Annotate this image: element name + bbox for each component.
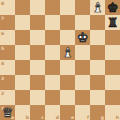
- chess-board: 8♝♚7♜6♚5♝4321a♛bcdefgh: [0, 0, 120, 120]
- square-c8[interactable]: [30, 0, 45, 15]
- square-d2[interactable]: [45, 90, 60, 105]
- white-queen[interactable]: ♛: [0, 105, 15, 120]
- square-b8[interactable]: [15, 0, 30, 15]
- black-king[interactable]: ♚: [105, 0, 120, 15]
- rank-label-2: 2: [1, 91, 4, 96]
- square-c6[interactable]: [30, 30, 45, 45]
- square-g2[interactable]: [90, 90, 105, 105]
- square-g8[interactable]: ♝: [90, 0, 105, 15]
- square-a4[interactable]: 4: [0, 60, 15, 75]
- square-c5[interactable]: [30, 45, 45, 60]
- square-a3[interactable]: 3: [0, 75, 15, 90]
- file-label-d: d: [56, 115, 59, 120]
- file-label-f: f: [87, 115, 89, 120]
- square-g4[interactable]: [90, 60, 105, 75]
- square-f3[interactable]: [75, 75, 90, 90]
- square-e7[interactable]: [60, 15, 75, 30]
- square-g5[interactable]: [90, 45, 105, 60]
- rank-label-7: 7: [1, 16, 4, 21]
- square-c1[interactable]: c: [30, 105, 45, 120]
- square-c7[interactable]: [30, 15, 45, 30]
- file-label-e: e: [71, 115, 74, 120]
- square-e8[interactable]: [60, 0, 75, 15]
- square-a6[interactable]: 6: [0, 30, 15, 45]
- square-e6[interactable]: [60, 30, 75, 45]
- square-h4[interactable]: [105, 60, 120, 75]
- square-b5[interactable]: [15, 45, 30, 60]
- square-g7[interactable]: [90, 15, 105, 30]
- square-f5[interactable]: [75, 45, 90, 60]
- square-h5[interactable]: [105, 45, 120, 60]
- rank-label-4: 4: [1, 61, 4, 66]
- rank-label-6: 6: [1, 31, 4, 36]
- square-h6[interactable]: [105, 30, 120, 45]
- square-d4[interactable]: [45, 60, 60, 75]
- square-b7[interactable]: [15, 15, 30, 30]
- rank-label-8: 8: [1, 1, 4, 6]
- square-c3[interactable]: [30, 75, 45, 90]
- square-h7[interactable]: ♜: [105, 15, 120, 30]
- square-a7[interactable]: 7: [0, 15, 15, 30]
- square-g6[interactable]: [90, 30, 105, 45]
- square-f6[interactable]: ♚: [75, 30, 90, 45]
- square-g3[interactable]: [90, 75, 105, 90]
- square-e2[interactable]: [60, 90, 75, 105]
- square-f4[interactable]: [75, 60, 90, 75]
- square-d1[interactable]: d: [45, 105, 60, 120]
- square-h8[interactable]: ♚: [105, 0, 120, 15]
- file-label-h: h: [116, 115, 119, 120]
- square-e5[interactable]: ♝: [60, 45, 75, 60]
- square-g1[interactable]: g: [90, 105, 105, 120]
- square-b3[interactable]: [15, 75, 30, 90]
- square-f8[interactable]: [75, 0, 90, 15]
- white-king[interactable]: ♚: [75, 30, 90, 45]
- square-c2[interactable]: [30, 90, 45, 105]
- square-d7[interactable]: [45, 15, 60, 30]
- square-a8[interactable]: 8: [0, 0, 15, 15]
- square-e3[interactable]: [60, 75, 75, 90]
- square-a5[interactable]: 5: [0, 45, 15, 60]
- square-b6[interactable]: [15, 30, 30, 45]
- square-f1[interactable]: f: [75, 105, 90, 120]
- square-b2[interactable]: [15, 90, 30, 105]
- square-d8[interactable]: [45, 0, 60, 15]
- square-d6[interactable]: [45, 30, 60, 45]
- rank-label-5: 5: [1, 46, 4, 51]
- square-f7[interactable]: [75, 15, 90, 30]
- square-e1[interactable]: e: [60, 105, 75, 120]
- square-d3[interactable]: [45, 75, 60, 90]
- file-label-c: c: [41, 115, 44, 120]
- square-e4[interactable]: [60, 60, 75, 75]
- square-b1[interactable]: b: [15, 105, 30, 120]
- square-h1[interactable]: h: [105, 105, 120, 120]
- square-f2[interactable]: [75, 90, 90, 105]
- black-rook[interactable]: ♜: [105, 15, 120, 30]
- square-h2[interactable]: [105, 90, 120, 105]
- file-label-a: a: [11, 115, 14, 120]
- square-d5[interactable]: [45, 45, 60, 60]
- rank-label-1: 1: [1, 106, 4, 111]
- square-a2[interactable]: 2: [0, 90, 15, 105]
- square-h3[interactable]: [105, 75, 120, 90]
- white-bishop[interactable]: ♝: [90, 0, 105, 15]
- rank-label-3: 3: [1, 76, 4, 81]
- square-b4[interactable]: [15, 60, 30, 75]
- square-c4[interactable]: [30, 60, 45, 75]
- square-a1[interactable]: 1a♛: [0, 105, 15, 120]
- file-label-b: b: [26, 115, 29, 120]
- white-bishop[interactable]: ♝: [60, 45, 75, 60]
- file-label-g: g: [101, 115, 104, 120]
